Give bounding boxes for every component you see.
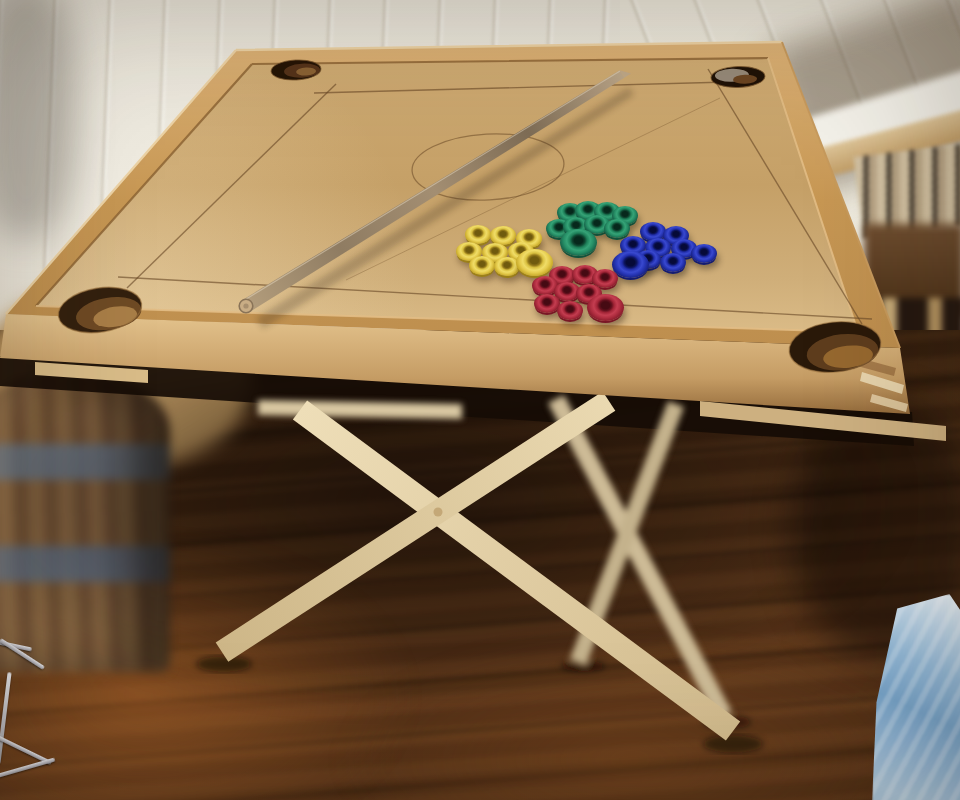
cue-stick-butt-grain — [243, 303, 248, 308]
leg-pivot-bolt — [434, 508, 443, 517]
foot-shadow — [703, 735, 763, 753]
carrom-table — [0, 0, 960, 800]
foot-shadow — [196, 656, 252, 672]
surface-light-overlay — [36, 58, 858, 332]
front-leg-right — [216, 391, 616, 661]
scene-carrom-table-photo — [0, 0, 960, 800]
